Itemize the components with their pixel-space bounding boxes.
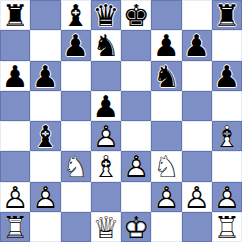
square-f3[interactable]: ♞♘	[151, 151, 181, 181]
square-e5[interactable]	[121, 91, 151, 121]
white-piece-outline: ♖	[213, 210, 240, 242]
square-d8[interactable]: ♛	[91, 0, 121, 30]
piece-white-knight[interactable]: ♞♘	[62, 152, 89, 182]
square-f5[interactable]	[151, 91, 181, 121]
piece-white-king[interactable]: ♚♔	[123, 213, 150, 242]
square-b8[interactable]	[30, 0, 60, 30]
piece-white-rook[interactable]: ♜♖	[2, 213, 29, 242]
square-b3[interactable]	[30, 151, 60, 181]
square-h2[interactable]: ♟♙	[212, 182, 242, 212]
square-c5[interactable]	[61, 91, 91, 121]
piece-white-pawn[interactable]: ♟♙	[213, 183, 240, 213]
chess-board: ♜♝♛♚♜♟♞♟♟♟♟♞♟♟♝♟♙♝♗♞♘♝♗♟♙♞♘♟♙♟♙♟♙♟♙♟♙♜♖♛…	[0, 0, 242, 242]
piece-black-pawn[interactable]: ♟	[2, 62, 29, 92]
square-a3[interactable]	[0, 151, 30, 181]
square-b2[interactable]: ♟♙	[30, 182, 60, 212]
square-c4[interactable]	[61, 121, 91, 151]
square-d1[interactable]: ♛♕	[91, 212, 121, 242]
square-a2[interactable]: ♟♙	[0, 182, 30, 212]
square-f2[interactable]: ♟♙	[151, 182, 181, 212]
piece-black-pawn[interactable]: ♟	[153, 31, 180, 61]
square-f7[interactable]: ♟	[151, 30, 181, 60]
square-g1[interactable]	[182, 212, 212, 242]
square-h4[interactable]: ♝♗	[212, 121, 242, 151]
piece-black-bishop[interactable]: ♝	[62, 1, 89, 31]
square-b6[interactable]: ♟	[30, 61, 60, 91]
piece-white-pawn[interactable]: ♟♙	[2, 183, 29, 213]
square-e8[interactable]: ♚	[121, 0, 151, 30]
square-g4[interactable]	[182, 121, 212, 151]
square-a7[interactable]	[0, 30, 30, 60]
square-h8[interactable]: ♜	[212, 0, 242, 30]
square-f4[interactable]	[151, 121, 181, 151]
piece-black-bishop[interactable]: ♝	[32, 122, 59, 152]
square-h1[interactable]: ♜♖	[212, 212, 242, 242]
square-a8[interactable]: ♜	[0, 0, 30, 30]
piece-white-pawn[interactable]: ♟♙	[92, 122, 119, 152]
piece-black-rook[interactable]: ♜	[213, 1, 240, 31]
square-a4[interactable]	[0, 121, 30, 151]
square-c1[interactable]	[61, 212, 91, 242]
piece-black-pawn[interactable]: ♟	[62, 31, 89, 61]
square-c3[interactable]: ♞♘	[61, 151, 91, 181]
white-piece-outline: ♕	[92, 210, 119, 242]
piece-black-king[interactable]: ♚	[123, 1, 150, 31]
piece-white-bishop[interactable]: ♝♗	[213, 122, 240, 152]
square-d6[interactable]	[91, 61, 121, 91]
piece-white-bishop[interactable]: ♝♗	[92, 152, 119, 182]
white-piece-outline: ♗	[92, 149, 119, 184]
piece-black-pawn[interactable]: ♟	[213, 62, 240, 92]
square-e1[interactable]: ♚♔	[121, 212, 151, 242]
white-piece-outline: ♙	[153, 180, 180, 215]
square-d3[interactable]: ♝♗	[91, 151, 121, 181]
square-b4[interactable]: ♝	[30, 121, 60, 151]
square-e4[interactable]	[121, 121, 151, 151]
square-h5[interactable]	[212, 91, 242, 121]
square-c8[interactable]: ♝	[61, 0, 91, 30]
piece-white-rook[interactable]: ♜♖	[213, 213, 240, 242]
piece-black-pawn[interactable]: ♟	[183, 31, 210, 61]
square-f8[interactable]	[151, 0, 181, 30]
square-g2[interactable]: ♟♙	[182, 182, 212, 212]
square-g5[interactable]	[182, 91, 212, 121]
square-g7[interactable]: ♟	[182, 30, 212, 60]
square-g8[interactable]	[182, 0, 212, 30]
square-b7[interactable]	[30, 30, 60, 60]
piece-black-queen[interactable]: ♛	[92, 1, 119, 31]
white-piece-outline: ♙	[32, 180, 59, 215]
white-piece-outline: ♙	[123, 149, 150, 184]
square-a6[interactable]: ♟	[0, 61, 30, 91]
square-d2[interactable]	[91, 182, 121, 212]
piece-black-knight[interactable]: ♞	[153, 62, 180, 92]
piece-white-knight[interactable]: ♞♘	[153, 152, 180, 182]
square-f6[interactable]: ♞	[151, 61, 181, 91]
square-g3[interactable]	[182, 151, 212, 181]
square-e7[interactable]	[121, 30, 151, 60]
piece-white-pawn[interactable]: ♟♙	[32, 183, 59, 213]
square-d7[interactable]: ♞	[91, 30, 121, 60]
white-piece-outline: ♙	[183, 180, 210, 215]
piece-white-pawn[interactable]: ♟♙	[183, 183, 210, 213]
square-f1[interactable]	[151, 212, 181, 242]
piece-black-pawn[interactable]: ♟	[32, 62, 59, 92]
square-h6[interactable]: ♟	[212, 61, 242, 91]
piece-white-pawn[interactable]: ♟♙	[153, 183, 180, 213]
square-d5[interactable]: ♟	[91, 91, 121, 121]
square-c2[interactable]	[61, 182, 91, 212]
square-e2[interactable]	[121, 182, 151, 212]
piece-white-queen[interactable]: ♛♕	[92, 213, 119, 242]
square-c7[interactable]: ♟	[61, 30, 91, 60]
square-d4[interactable]: ♟♙	[91, 121, 121, 151]
square-b1[interactable]	[30, 212, 60, 242]
square-a5[interactable]	[0, 91, 30, 121]
square-g6[interactable]	[182, 61, 212, 91]
square-h3[interactable]	[212, 151, 242, 181]
square-a1[interactable]: ♜♖	[0, 212, 30, 242]
square-c6[interactable]	[61, 61, 91, 91]
piece-black-knight[interactable]: ♞	[92, 31, 119, 61]
white-piece-outline: ♔	[123, 210, 150, 242]
white-piece-outline: ♖	[2, 210, 29, 242]
piece-white-pawn[interactable]: ♟♙	[123, 152, 150, 182]
white-piece-outline: ♗	[213, 119, 240, 154]
piece-black-rook[interactable]: ♜	[2, 1, 29, 31]
square-e6[interactable]	[121, 61, 151, 91]
piece-black-pawn[interactable]: ♟	[92, 92, 119, 122]
white-piece-outline: ♘	[62, 149, 89, 184]
square-h7[interactable]	[212, 30, 242, 60]
square-e3[interactable]: ♟♙	[121, 151, 151, 181]
square-b5[interactable]	[30, 91, 60, 121]
